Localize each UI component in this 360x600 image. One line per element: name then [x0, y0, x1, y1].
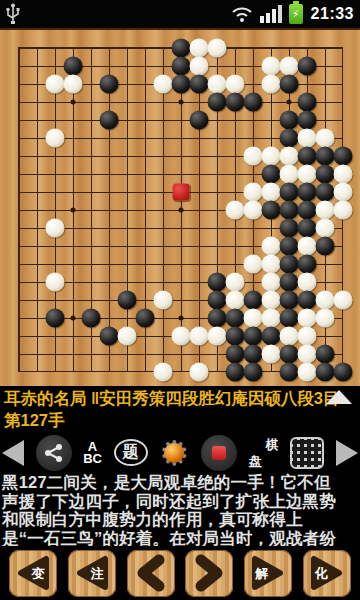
white-stone — [243, 146, 262, 165]
white-stone — [225, 272, 244, 291]
white-stone — [261, 56, 280, 75]
black-stone — [315, 164, 334, 183]
black-stone — [297, 92, 316, 111]
star-point — [70, 99, 75, 104]
white-stone — [207, 38, 226, 57]
white-stone — [189, 362, 208, 381]
white-stone — [261, 254, 280, 273]
black-stone — [189, 74, 208, 93]
orange-ball-icon — [164, 443, 184, 463]
next-move-button[interactable] — [185, 550, 233, 597]
white-stone — [333, 200, 352, 219]
black-stone — [315, 344, 334, 363]
white-stone — [315, 218, 334, 237]
white-stone — [279, 146, 298, 165]
black-stone — [171, 38, 190, 57]
black-stone — [315, 182, 334, 201]
black-stone — [261, 164, 280, 183]
commentary-panel[interactable]: 黑127二间关，是大局观卓绝的一手！它不但 声援了下边四子，同时还起到了扩张上边… — [0, 472, 360, 546]
white-stone — [153, 290, 172, 309]
commentary-line: 黑127二间关，是大局观卓绝的一手！它不但 — [2, 473, 358, 492]
transform-button[interactable]: 化 — [303, 550, 351, 597]
black-stone — [297, 290, 316, 309]
commentary-line: 声援了下边四子，同时还起到了扩张上边黑势 — [2, 492, 358, 511]
game-title: 耳赤的名局 ‖安田秀策四段胜幻庵因硕八段3目 — [4, 387, 356, 409]
white-stone — [279, 56, 298, 75]
black-stone — [243, 326, 262, 345]
white-stone — [117, 326, 136, 345]
battery-charging-icon: ⚡ — [289, 4, 303, 24]
white-stone — [207, 326, 226, 345]
black-stone — [171, 74, 190, 93]
white-stone — [315, 290, 334, 309]
white-stone — [297, 326, 316, 345]
black-stone — [297, 200, 316, 219]
black-stone — [315, 362, 334, 381]
black-stone — [225, 92, 244, 111]
white-stone — [261, 182, 280, 201]
star-point — [70, 207, 75, 212]
white-stone — [45, 272, 64, 291]
black-stone — [99, 326, 118, 345]
abc-icon: ABC — [83, 441, 102, 465]
usb-icon — [6, 3, 20, 25]
black-stone — [45, 308, 64, 327]
white-stone — [189, 38, 208, 57]
wifi-icon — [231, 6, 253, 23]
settings-button[interactable]: ⚙ — [159, 434, 189, 472]
black-stone — [333, 146, 352, 165]
variation-button[interactable]: 变 — [9, 550, 57, 597]
white-stone — [297, 236, 316, 255]
go-board-grid — [18, 47, 343, 372]
black-stone — [279, 308, 298, 327]
white-stone — [261, 290, 280, 309]
black-stone — [225, 326, 244, 345]
black-stone — [279, 200, 298, 219]
black-stone — [279, 272, 298, 291]
stop-icon — [212, 446, 226, 460]
white-stone — [279, 326, 298, 345]
black-stone — [135, 308, 154, 327]
white-stone — [333, 164, 352, 183]
black-stone — [279, 128, 298, 147]
black-stone — [261, 200, 280, 219]
board-view-button[interactable]: 棋盘 — [249, 434, 279, 472]
white-stone — [261, 236, 280, 255]
black-stone — [243, 362, 262, 381]
white-stone — [297, 308, 316, 327]
black-stone — [297, 182, 316, 201]
go-board[interactable] — [0, 28, 360, 386]
black-stone — [243, 344, 262, 363]
chevron-right-icon — [189, 554, 229, 592]
black-stone — [297, 218, 316, 237]
white-stone — [297, 164, 316, 183]
black-stone — [117, 290, 136, 309]
annotation-label: 注 — [90, 566, 104, 581]
black-stone — [297, 146, 316, 165]
black-stone — [225, 362, 244, 381]
marked-move-stone — [172, 183, 189, 200]
star-point — [70, 315, 75, 320]
black-stone — [315, 236, 334, 255]
white-stone — [207, 74, 226, 93]
share-icon — [44, 443, 64, 463]
white-stone — [261, 308, 280, 327]
black-stone — [225, 308, 244, 327]
signal-bars-icon — [260, 5, 282, 23]
black-stone — [279, 110, 298, 129]
black-stone — [99, 74, 118, 93]
white-stone — [225, 200, 244, 219]
white-stone — [45, 218, 64, 237]
black-stone — [171, 56, 190, 75]
black-stone — [297, 110, 316, 129]
white-stone — [171, 326, 190, 345]
white-stone — [45, 128, 64, 147]
white-stone — [279, 164, 298, 183]
black-stone — [225, 344, 244, 363]
white-stone — [243, 308, 262, 327]
next-variation-button[interactable] — [336, 434, 358, 472]
black-stone — [243, 92, 262, 111]
move-number: 第127手 — [4, 409, 356, 431]
white-stone — [45, 74, 64, 93]
star-point — [178, 315, 183, 320]
bottom-button-bar: 变 注 解 化 — [0, 546, 360, 600]
black-stone — [279, 344, 298, 363]
black-stone — [99, 110, 118, 129]
toolbar: ABC 题 ⚙ 棋盘 — [0, 433, 360, 472]
status-bar: ⚡ 21:33 — [0, 0, 360, 28]
black-stone — [297, 56, 316, 75]
previous-move-button[interactable] — [127, 550, 175, 597]
qipan-text-icon: 棋盘 — [249, 438, 279, 468]
white-stone — [153, 74, 172, 93]
problem-button[interactable]: 题 — [114, 434, 148, 472]
white-stone — [261, 272, 280, 291]
prev-variation-button[interactable] — [2, 434, 24, 472]
star-point — [178, 207, 183, 212]
white-stone — [63, 74, 82, 93]
white-stone — [189, 56, 208, 75]
mini-board-icon — [290, 437, 324, 469]
black-stone — [207, 290, 226, 309]
white-stone — [315, 200, 334, 219]
white-stone — [243, 254, 262, 273]
black-stone — [315, 146, 334, 165]
white-stone — [261, 344, 280, 363]
black-stone — [189, 110, 208, 129]
star-point — [286, 99, 291, 104]
black-stone — [207, 92, 226, 111]
app-screen: ⚡ 21:33 耳赤的名局 ‖安田秀策四段胜幻庵因硕八段3目 第127手 ABC… — [0, 0, 360, 600]
share-button[interactable] — [36, 435, 72, 471]
star-point — [178, 99, 183, 104]
white-stone — [333, 290, 352, 309]
stop-button[interactable] — [201, 435, 237, 471]
ti-problem-icon: 题 — [114, 439, 148, 466]
white-stone — [261, 146, 280, 165]
white-stone — [225, 290, 244, 309]
black-stone — [207, 308, 226, 327]
status-clock: 21:33 — [311, 5, 354, 23]
collapse-panel-icon[interactable] — [326, 390, 352, 404]
white-stone — [153, 362, 172, 381]
black-stone — [279, 362, 298, 381]
transform-label: 化 — [313, 566, 328, 581]
left-arrow-icon — [2, 440, 24, 466]
commentary-label: 解 — [254, 566, 268, 581]
commentary-line: 是“一石三鸟”的好着。在对局当时，观战者纷 — [2, 529, 358, 547]
black-stone — [81, 308, 100, 327]
labels-button[interactable]: ABC — [83, 434, 102, 472]
gear-icon: ⚙ — [159, 436, 189, 470]
black-stone — [279, 74, 298, 93]
black-stone — [279, 182, 298, 201]
black-stone — [333, 362, 352, 381]
white-stone — [225, 74, 244, 93]
black-stone — [261, 326, 280, 345]
black-stone — [243, 290, 262, 309]
white-stone — [297, 362, 316, 381]
white-stone — [315, 308, 334, 327]
white-stone — [315, 128, 334, 147]
annotation-button[interactable]: 注 — [68, 550, 116, 597]
black-stone — [279, 236, 298, 255]
mini-board-button[interactable] — [290, 434, 324, 472]
white-stone — [333, 182, 352, 201]
white-stone — [189, 326, 208, 345]
white-stone — [243, 200, 262, 219]
white-stone — [243, 182, 262, 201]
black-stone — [279, 254, 298, 273]
black-stone — [207, 272, 226, 291]
black-stone — [297, 254, 316, 273]
white-stone — [297, 128, 316, 147]
chevron-left-icon — [131, 554, 171, 592]
commentary-line: 和限制白方中腹势力的作用，真可称得上 — [2, 510, 358, 529]
commentary-button[interactable]: 解 — [244, 550, 292, 597]
white-stone — [297, 272, 316, 291]
game-title-bar: 耳赤的名局 ‖安田秀策四段胜幻庵因硕八段3目 第127手 — [0, 386, 360, 433]
white-stone — [297, 344, 316, 363]
black-stone — [279, 218, 298, 237]
right-arrow-icon — [336, 440, 358, 466]
black-stone — [63, 56, 82, 75]
variation-label: 变 — [31, 566, 45, 581]
black-stone — [279, 290, 298, 309]
white-stone — [261, 74, 280, 93]
